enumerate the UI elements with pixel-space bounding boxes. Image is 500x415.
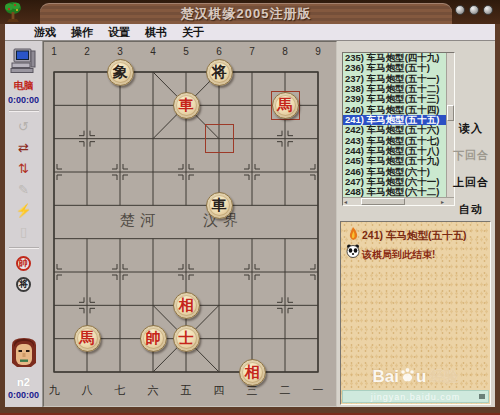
piece-red-chariot[interactable]: 車 — [173, 92, 200, 119]
piece-red-elephant[interactable]: 相 — [173, 292, 200, 319]
blank-board-icon[interactable]: ▯ — [20, 225, 27, 238]
piece-black-elephant[interactable]: 象 — [107, 59, 134, 86]
computer-player-label: 电脑 — [14, 79, 34, 93]
file-label-top: 4 — [143, 46, 163, 57]
panda-icon — [346, 244, 360, 262]
scroll-thumb[interactable] — [361, 198, 405, 205]
title-bar: 楚汉棋缘2005注册版 — [0, 0, 500, 24]
computer-clock: 0:00:00 — [8, 95, 39, 105]
human-player-name: n2 — [17, 376, 30, 388]
file-label-bottom: 一 — [308, 383, 328, 398]
file-label-bottom: 六 — [143, 383, 163, 398]
puzzle-list-item[interactable]: 246) 车马炮型(六十) — [343, 167, 447, 177]
button-上回合[interactable]: 上回合 — [453, 175, 489, 190]
human-player-avatar — [9, 337, 39, 375]
menu-item-4[interactable]: 棋书 — [145, 25, 167, 40]
menu-item-3[interactable]: 设置 — [108, 25, 130, 40]
red-general-emblem[interactable]: 帥 — [16, 256, 31, 271]
piece-red-general[interactable]: 帥 — [140, 325, 167, 352]
computer-icon — [10, 48, 38, 78]
menu-item-5[interactable]: 关于 — [182, 25, 204, 40]
right-panel: 235) 车马炮型(四十九)236) 车马炮型(五十)237) 车马炮型(五十一… — [337, 41, 495, 407]
minimize-button[interactable] — [455, 5, 465, 15]
file-label-bottom: 四 — [209, 383, 229, 398]
piece-red-advisor[interactable]: 士 — [173, 325, 200, 352]
file-label-top: 2 — [77, 46, 97, 57]
puzzle-list-item[interactable]: 242) 车马炮型(五十六) — [343, 125, 447, 135]
baidu-watermark: Bai u 经验 — [341, 367, 490, 387]
puzzle-title: 241) 车马炮型(五十五) — [362, 229, 466, 243]
file-label-top: 7 — [242, 46, 262, 57]
message-panel: 241) 车马炮型(五十五) 该棋局到此结束! Bai — [340, 221, 491, 405]
puzzle-list-item[interactable]: 244) 车马炮型(五十八) — [343, 146, 447, 156]
divider — [9, 247, 39, 249]
file-label-bottom: 八 — [77, 383, 97, 398]
file-label-bottom: 五 — [176, 383, 196, 398]
file-label-top: 1 — [44, 46, 64, 57]
button-自动[interactable]: 自动 — [459, 202, 483, 217]
menu-item-1[interactable]: 游戏 — [34, 25, 56, 40]
xiangqi-board[interactable]: 123456789九八七六五四三二一楚河汉界象将車馬車相馬帥士相 — [43, 41, 337, 407]
app-window: 楚汉棋缘2005注册版 游戏操作设置棋书关于 电脑 0:00:00 — [0, 0, 500, 415]
hint-icon[interactable]: ✎ — [18, 183, 29, 196]
file-label-bottom: 二 — [275, 383, 295, 398]
puzzle-list-item[interactable]: 241) 车马炮型(五十五) — [343, 115, 447, 125]
scroll-nub[interactable] — [479, 394, 485, 399]
swap-sides-icon[interactable]: ⇄ — [18, 141, 29, 154]
puzzle-list-item[interactable]: 240) 车马炮型(五十四) — [343, 105, 447, 115]
divider — [9, 110, 39, 112]
human-clock: 0:00:00 — [8, 390, 39, 400]
file-label-top: 3 — [110, 46, 130, 57]
button-读入[interactable]: 读入 — [459, 121, 483, 136]
flame-icon — [348, 227, 359, 245]
puzzle-list-item[interactable]: 235) 车马炮型(四十九) — [343, 53, 447, 63]
sidebar: 电脑 0:00:00 ↺⇄⇅✎⚡▯ 帥 将 n2 0:00:00 — [5, 41, 43, 407]
piece-black-chariot[interactable]: 車 — [206, 192, 233, 219]
window-title: 楚汉棋缘2005注册版 — [181, 5, 312, 23]
puzzle-list[interactable]: 235) 车马炮型(四十九)236) 车马炮型(五十)237) 车马炮型(五十一… — [342, 52, 455, 206]
watermark-domain: jingyan.baidu.com — [371, 392, 461, 402]
control-buttons: 读入下回合上回合自动 — [448, 115, 494, 223]
river-left-label: 楚河 — [108, 211, 172, 233]
file-label-bottom: 七 — [110, 383, 130, 398]
close-button[interactable] — [483, 5, 493, 15]
puzzle-list-item[interactable]: 239) 车马炮型(五十三) — [343, 94, 447, 104]
menu-item-2[interactable]: 操作 — [71, 25, 93, 40]
last-move-highlight — [205, 124, 234, 153]
restore-button[interactable] — [469, 5, 479, 15]
window-controls — [455, 5, 493, 15]
piece-black-general[interactable]: 将 — [206, 59, 233, 86]
puzzle-list-item[interactable]: 243) 车马炮型(五十七) — [343, 136, 447, 146]
message-scrollbar[interactable]: jingyan.baidu.com — [342, 390, 489, 403]
file-label-top: 6 — [209, 46, 229, 57]
list-horizontal-scrollbar[interactable]: ◂▸ — [343, 197, 454, 205]
scroll-right-arrow[interactable]: ▸ — [441, 198, 444, 206]
result-text: 该棋局到此结束! — [362, 248, 435, 262]
scroll-left-arrow[interactable]: ◂ — [344, 198, 347, 206]
piece-red-elephant[interactable]: 相 — [239, 359, 266, 386]
puzzle-list-item[interactable]: 237) 车马炮型(五十一) — [343, 74, 447, 84]
file-label-top: 8 — [275, 46, 295, 57]
puzzle-list-item[interactable]: 245) 车马炮型(五十九) — [343, 156, 447, 166]
paw-icon — [400, 367, 415, 387]
menu-bar: 游戏操作设置棋书关于 — [5, 24, 495, 41]
sort-moves-icon[interactable]: ⇅ — [18, 162, 29, 175]
puzzle-list-item[interactable]: 238) 车马炮型(五十二) — [343, 84, 447, 94]
undo-icon[interactable]: ↺ — [18, 120, 29, 133]
lightning-icon[interactable]: ⚡ — [15, 204, 31, 217]
title-tab: 楚汉棋缘2005注册版 — [40, 3, 452, 24]
puzzle-list-item[interactable]: 247) 车马炮型(六十一) — [343, 177, 447, 187]
piece-red-horse[interactable]: 馬 — [74, 325, 101, 352]
main-area: 电脑 0:00:00 ↺⇄⇅✎⚡▯ 帥 将 n2 0:00:00 — [5, 41, 495, 407]
file-label-top: 9 — [308, 46, 328, 57]
file-label-top: 5 — [176, 46, 196, 57]
file-label-bottom: 九 — [44, 383, 64, 398]
black-general-emblem[interactable]: 将 — [16, 277, 31, 292]
puzzle-list-item[interactable]: 236) 车马炮型(五十) — [343, 63, 447, 73]
button-下回合[interactable]: 下回合 — [453, 148, 489, 163]
piece-red-horse[interactable]: 馬 — [272, 92, 299, 119]
tool-stack: ↺⇄⇅✎⚡▯ — [15, 116, 31, 242]
